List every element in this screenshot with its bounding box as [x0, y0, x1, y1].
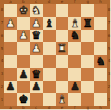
file-bottom-g-label: g: [86, 106, 89, 110]
square-g2[interactable]: [81, 81, 94, 94]
rank-right-2-label: 2: [108, 85, 111, 89]
square-e1[interactable]: ♝: [56, 93, 69, 106]
square-d4[interactable]: [43, 55, 56, 68]
square-g6[interactable]: [81, 30, 94, 43]
square-d8[interactable]: [43, 4, 56, 17]
square-c7[interactable]: ♟: [30, 17, 43, 30]
piece-black-queen: ♛: [31, 30, 41, 41]
square-b8[interactable]: ♚: [17, 4, 30, 17]
piece-black-queen: ♛: [31, 68, 41, 79]
piece-white-bishop: ♝: [70, 17, 80, 28]
piece-black-pawn: ♟: [70, 81, 80, 92]
rank-right-8-label: 8: [108, 8, 111, 12]
square-e4[interactable]: [56, 55, 69, 68]
file-bottom-h-label: h: [99, 106, 102, 110]
square-a4[interactable]: [4, 55, 17, 68]
square-b4[interactable]: [17, 55, 30, 68]
square-g8[interactable]: [81, 4, 94, 17]
square-f3[interactable]: [68, 68, 81, 81]
piece-black-pawn: ♟: [31, 81, 41, 92]
square-a8[interactable]: [4, 4, 17, 17]
square-g7[interactable]: ♜: [81, 17, 94, 30]
piece-black-pawn: ♟: [18, 68, 28, 79]
chess-board: ♚♞♟♟♝♝♜♟♛♞♟♜♞♟♛♟♟♟♚♝: [4, 4, 107, 106]
file-bottom-e-label: e: [61, 106, 63, 110]
file-bottom-a-label: a: [9, 106, 11, 110]
piece-white-king: ♚: [18, 4, 28, 15]
rank-right-3-label: 3: [108, 72, 111, 76]
square-g5[interactable]: [81, 42, 94, 55]
file-bottom-f-label: f: [74, 106, 75, 110]
rank-right-1-label: 1: [108, 98, 111, 102]
rank-left-5-label: 5: [1, 47, 4, 51]
square-b6[interactable]: ♟: [17, 30, 30, 43]
square-e2[interactable]: [56, 81, 69, 94]
square-c4[interactable]: [30, 55, 43, 68]
square-c2[interactable]: ♟: [30, 81, 43, 94]
square-h7[interactable]: [94, 17, 107, 30]
square-g1[interactable]: [81, 93, 94, 106]
rank-left-3-label: 3: [1, 72, 4, 76]
square-c3[interactable]: ♛: [30, 68, 43, 81]
piece-white-knight: ♞: [31, 4, 41, 15]
square-b5[interactable]: [17, 42, 30, 55]
square-f7[interactable]: ♝: [68, 17, 81, 30]
file-bottom-b-label: b: [22, 106, 25, 110]
rank-left-2-label: 2: [1, 85, 4, 89]
piece-black-pawn: ♟: [6, 81, 16, 92]
square-c1[interactable]: [30, 93, 43, 106]
square-d5[interactable]: [43, 42, 56, 55]
square-b2[interactable]: [17, 81, 30, 94]
square-c5[interactable]: ♟: [30, 42, 43, 55]
rank-left-7-label: 7: [1, 21, 4, 25]
file-bottom-c-label: c: [35, 106, 37, 110]
rank-right-6-label: 6: [108, 34, 111, 38]
square-a1[interactable]: [4, 93, 17, 106]
piece-black-rook: ♜: [83, 17, 93, 28]
square-a2[interactable]: ♟: [4, 81, 17, 94]
rank-right-5-label: 5: [108, 47, 111, 51]
square-g3[interactable]: [81, 68, 94, 81]
square-e3[interactable]: [56, 68, 69, 81]
rank-left-4-label: 4: [1, 59, 4, 63]
square-d2[interactable]: [43, 81, 56, 94]
rank-right-7-label: 7: [108, 21, 111, 25]
square-f1[interactable]: [68, 93, 81, 106]
square-f2[interactable]: ♟: [68, 81, 81, 94]
square-e7[interactable]: [56, 17, 69, 30]
square-b1[interactable]: ♚: [17, 93, 30, 106]
piece-white-rook: ♜: [57, 43, 67, 54]
square-c6[interactable]: ♛: [30, 30, 43, 43]
square-d7[interactable]: ♝: [43, 17, 56, 30]
square-h6[interactable]: [94, 30, 107, 43]
rank-left-1-label: 1: [1, 98, 4, 102]
square-h3[interactable]: [94, 68, 107, 81]
square-a6[interactable]: [4, 30, 17, 43]
square-h4[interactable]: ♞: [94, 55, 107, 68]
square-h2[interactable]: [94, 81, 107, 94]
square-h5[interactable]: [94, 42, 107, 55]
square-a7[interactable]: ♟: [4, 17, 17, 30]
square-f8[interactable]: [68, 4, 81, 17]
piece-white-pawn: ♟: [31, 17, 41, 28]
piece-black-bishop: ♝: [44, 17, 54, 28]
file-bottom-d-label: d: [48, 106, 51, 110]
square-h1[interactable]: [94, 93, 107, 106]
square-b7[interactable]: [17, 17, 30, 30]
square-e6[interactable]: [56, 30, 69, 43]
square-b3[interactable]: ♟: [17, 68, 30, 81]
square-f4[interactable]: [68, 55, 81, 68]
rank-left-6-label: 6: [1, 34, 4, 38]
square-e8[interactable]: [56, 4, 69, 17]
square-f6[interactable]: ♞: [68, 30, 81, 43]
square-d3[interactable]: [43, 68, 56, 81]
rank-left-8-label: 8: [1, 8, 4, 12]
square-d1[interactable]: [43, 93, 56, 106]
square-a5[interactable]: [4, 42, 17, 55]
piece-black-knight: ♞: [96, 55, 106, 66]
chess-diagram: ♚♞♟♟♝♝♜♟♛♞♟♜♞♟♛♟♟♟♚♝ aabbccddeeffgghh887…: [0, 0, 111, 110]
square-h8[interactable]: [94, 4, 107, 17]
square-f5[interactable]: [68, 42, 81, 55]
piece-white-pawn: ♟: [6, 17, 16, 28]
rank-right-4-label: 4: [108, 59, 111, 63]
square-c8[interactable]: ♞: [30, 4, 43, 17]
square-e5[interactable]: ♜: [56, 42, 69, 55]
piece-black-king: ♚: [18, 94, 28, 105]
piece-white-pawn: ♟: [18, 30, 28, 41]
square-d6[interactable]: [43, 30, 56, 43]
square-g4[interactable]: [81, 55, 94, 68]
square-a3[interactable]: [4, 68, 17, 81]
piece-black-knight: ♞: [70, 30, 80, 41]
piece-white-pawn: ♟: [31, 43, 41, 54]
piece-white-bishop: ♝: [57, 94, 67, 105]
